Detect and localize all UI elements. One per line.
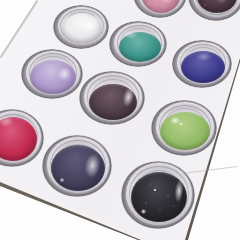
pot-maroon bbox=[188, 0, 240, 22]
pot-lid bbox=[83, 72, 143, 122]
specular-dot bbox=[59, 177, 65, 183]
pot-lid bbox=[125, 162, 193, 226]
pot-lid bbox=[57, 6, 107, 46]
pot-lid bbox=[176, 41, 230, 85]
pot-dark-indigo bbox=[42, 132, 112, 198]
pot-black bbox=[121, 158, 195, 230]
pot-lid bbox=[155, 101, 215, 153]
glitter-sparkles bbox=[154, 189, 156, 191]
specular-dot bbox=[140, 208, 147, 215]
pot-plum bbox=[79, 68, 145, 126]
product-photo bbox=[0, 0, 240, 240]
pot-lid bbox=[113, 22, 165, 64]
pot-navy bbox=[172, 37, 232, 89]
pot-lavender bbox=[21, 46, 83, 100]
reflection-highlight bbox=[193, 50, 216, 63]
pot-lid bbox=[25, 50, 81, 96]
pot-white bbox=[53, 2, 109, 50]
pot-red bbox=[0, 106, 44, 168]
reflection-highlight bbox=[121, 29, 141, 41]
pot-green bbox=[151, 97, 217, 157]
pot-teal bbox=[109, 18, 167, 68]
pot-lid bbox=[46, 136, 110, 194]
pot-pink bbox=[133, 0, 187, 19]
